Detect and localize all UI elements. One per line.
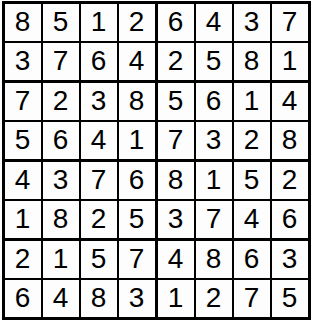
box-4-2: 48631275 <box>158 241 308 317</box>
cell-r2c8[interactable]: 1 <box>272 43 308 80</box>
cell-r4c6[interactable]: 3 <box>196 122 232 159</box>
box-2-2: 56147328 <box>158 83 308 159</box>
cell-r8c6[interactable]: 2 <box>196 280 232 317</box>
box-3-2: 81523746 <box>158 162 308 238</box>
cell-r8c1[interactable]: 6 <box>5 280 41 317</box>
cell-r7c4[interactable]: 7 <box>119 241 155 278</box>
cell-r5c7[interactable]: 5 <box>234 162 270 199</box>
cell-r6c8[interactable]: 6 <box>272 201 308 238</box>
box-3-1: 43761825 <box>5 162 155 238</box>
cell-r2c7[interactable]: 8 <box>234 43 270 80</box>
box-2-1: 72385641 <box>5 83 155 159</box>
cell-r2c3[interactable]: 6 <box>81 43 117 80</box>
cell-r3c1[interactable]: 7 <box>5 83 41 120</box>
cell-r4c3[interactable]: 4 <box>81 122 117 159</box>
cell-r7c1[interactable]: 2 <box>5 241 41 278</box>
cell-r5c4[interactable]: 6 <box>119 162 155 199</box>
cell-r4c5[interactable]: 7 <box>158 122 194 159</box>
cell-r4c1[interactable]: 5 <box>5 122 41 159</box>
cell-r7c6[interactable]: 8 <box>196 241 232 278</box>
cell-r5c5[interactable]: 8 <box>158 162 194 199</box>
cell-r2c2[interactable]: 7 <box>43 43 79 80</box>
cell-r3c3[interactable]: 3 <box>81 83 117 120</box>
cell-r5c3[interactable]: 7 <box>81 162 117 199</box>
cell-r6c1[interactable]: 1 <box>5 201 41 238</box>
cell-r5c1[interactable]: 4 <box>5 162 41 199</box>
cell-r8c5[interactable]: 1 <box>158 280 194 317</box>
cell-r3c5[interactable]: 5 <box>158 83 194 120</box>
cell-r2c4[interactable]: 4 <box>119 43 155 80</box>
cell-r3c7[interactable]: 1 <box>234 83 270 120</box>
cell-r3c8[interactable]: 4 <box>272 83 308 120</box>
cell-r6c7[interactable]: 4 <box>234 201 270 238</box>
cell-r6c3[interactable]: 2 <box>81 201 117 238</box>
cell-r5c8[interactable]: 2 <box>272 162 308 199</box>
cell-r7c5[interactable]: 4 <box>158 241 194 278</box>
cell-r3c4[interactable]: 8 <box>119 83 155 120</box>
cell-r5c6[interactable]: 1 <box>196 162 232 199</box>
cell-r6c4[interactable]: 5 <box>119 201 155 238</box>
box-1-1: 85123764 <box>5 4 155 80</box>
cell-r7c2[interactable]: 1 <box>43 241 79 278</box>
cell-r7c8[interactable]: 3 <box>272 241 308 278</box>
cell-r3c6[interactable]: 6 <box>196 83 232 120</box>
cell-r8c3[interactable]: 8 <box>81 280 117 317</box>
cell-r7c7[interactable]: 6 <box>234 241 270 278</box>
cell-r8c8[interactable]: 5 <box>272 280 308 317</box>
sudoku-board: 8512376464372581723856415614732843761825… <box>2 1 311 320</box>
cell-r1c8[interactable]: 7 <box>272 4 308 41</box>
cell-r6c2[interactable]: 8 <box>43 201 79 238</box>
cell-r6c5[interactable]: 3 <box>158 201 194 238</box>
cell-r4c8[interactable]: 8 <box>272 122 308 159</box>
cell-r1c6[interactable]: 4 <box>196 4 232 41</box>
cell-r4c2[interactable]: 6 <box>43 122 79 159</box>
cell-r6c6[interactable]: 7 <box>196 201 232 238</box>
cell-r1c5[interactable]: 6 <box>158 4 194 41</box>
cell-r8c4[interactable]: 3 <box>119 280 155 317</box>
cell-r7c3[interactable]: 5 <box>81 241 117 278</box>
cell-r1c1[interactable]: 8 <box>5 4 41 41</box>
cell-r2c6[interactable]: 5 <box>196 43 232 80</box>
box-4-1: 21576483 <box>5 241 155 317</box>
cell-r4c7[interactable]: 2 <box>234 122 270 159</box>
cell-r3c2[interactable]: 2 <box>43 83 79 120</box>
cell-r1c7[interactable]: 3 <box>234 4 270 41</box>
cell-r1c3[interactable]: 1 <box>81 4 117 41</box>
cell-r1c2[interactable]: 5 <box>43 4 79 41</box>
cell-r8c2[interactable]: 4 <box>43 280 79 317</box>
cell-r1c4[interactable]: 2 <box>119 4 155 41</box>
cell-r8c7[interactable]: 7 <box>234 280 270 317</box>
cell-r4c4[interactable]: 1 <box>119 122 155 159</box>
cell-r2c5[interactable]: 2 <box>158 43 194 80</box>
cell-r2c1[interactable]: 3 <box>5 43 41 80</box>
cell-r5c2[interactable]: 3 <box>43 162 79 199</box>
box-1-2: 64372581 <box>158 4 308 80</box>
